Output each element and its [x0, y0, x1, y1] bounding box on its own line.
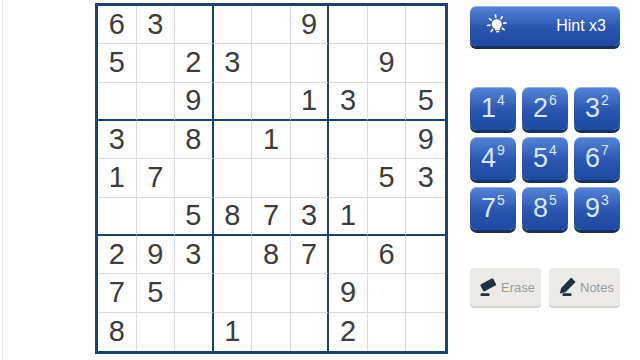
numpad-digit: 7 — [481, 195, 496, 222]
hint-button[interactable]: Hint x3 — [470, 6, 620, 46]
cell-r7c4[interactable] — [214, 236, 253, 274]
cell-r2c8[interactable]: 9 — [368, 44, 407, 82]
cell-r2c4[interactable]: 3 — [214, 44, 253, 82]
cell-r5c4[interactable] — [214, 159, 253, 197]
remaining-count: 5 — [549, 193, 557, 207]
numpad-button-1[interactable]: 14 — [470, 87, 516, 130]
numpad-digit: 6 — [585, 145, 600, 172]
numpad-digit: 8 — [533, 195, 548, 222]
cell-r2c9[interactable] — [406, 44, 445, 82]
numpad-button-6[interactable]: 67 — [574, 137, 620, 180]
remaining-count: 6 — [549, 93, 557, 107]
cell-r4c9[interactable]: 9 — [406, 121, 445, 159]
cell-r7c7[interactable] — [329, 236, 368, 274]
cell-r6c6[interactable]: 3 — [291, 198, 330, 236]
cell-r1c2[interactable]: 3 — [137, 6, 176, 44]
cell-r5c9[interactable]: 3 — [406, 159, 445, 197]
remaining-count: 5 — [497, 193, 505, 207]
cell-r3c2[interactable] — [137, 83, 176, 121]
cell-r6c4[interactable]: 8 — [214, 198, 253, 236]
cell-r1c3[interactable] — [175, 6, 214, 44]
cell-r4c8[interactable] — [368, 121, 407, 159]
cell-r3c8[interactable] — [368, 83, 407, 121]
numpad-button-4[interactable]: 49 — [470, 137, 516, 180]
cell-r1c8[interactable] — [368, 6, 407, 44]
cell-r5c1[interactable]: 1 — [98, 159, 137, 197]
cell-r8c3[interactable] — [175, 274, 214, 312]
cell-r1c6[interactable]: 9 — [291, 6, 330, 44]
cell-r9c1[interactable]: 8 — [98, 313, 137, 351]
cell-r1c4[interactable] — [214, 6, 253, 44]
numpad-button-3[interactable]: 32 — [574, 87, 620, 130]
right-panel: Hint x3 14 26 32 49 54 67 75 85 93 Erase — [470, 6, 620, 306]
numpad-digit: 1 — [481, 95, 496, 122]
cell-r9c9[interactable] — [406, 313, 445, 351]
cell-r3c7[interactable]: 3 — [329, 83, 368, 121]
pencil-icon — [556, 275, 580, 299]
cell-r7c2[interactable]: 9 — [137, 236, 176, 274]
cell-r9c8[interactable] — [368, 313, 407, 351]
numpad-digit: 5 — [533, 145, 548, 172]
tool-bar: Erase Notes — [470, 268, 620, 306]
cell-r6c1[interactable] — [98, 198, 137, 236]
cell-r4c4[interactable] — [214, 121, 253, 159]
cell-r2c7[interactable] — [329, 44, 368, 82]
cell-r7c9[interactable] — [406, 236, 445, 274]
cell-r2c2[interactable] — [137, 44, 176, 82]
cell-r8c7[interactable]: 9 — [329, 274, 368, 312]
cell-r8c1[interactable]: 7 — [98, 274, 137, 312]
cell-r5c5[interactable] — [252, 159, 291, 197]
cell-r7c3[interactable]: 3 — [175, 236, 214, 274]
lightbulb-icon — [482, 11, 511, 40]
remaining-count: 7 — [601, 143, 609, 157]
cell-r8c2[interactable]: 5 — [137, 274, 176, 312]
cell-r6c5[interactable]: 7 — [252, 198, 291, 236]
cell-r5c2[interactable]: 7 — [137, 159, 176, 197]
cell-r9c7[interactable]: 2 — [329, 313, 368, 351]
cell-r7c5[interactable]: 8 — [252, 236, 291, 274]
remaining-count: 9 — [497, 143, 505, 157]
cell-r9c2[interactable] — [137, 313, 176, 351]
cell-r1c7[interactable] — [329, 6, 368, 44]
cell-r7c8[interactable]: 6 — [368, 236, 407, 274]
cell-r8c6[interactable] — [291, 274, 330, 312]
numpad-button-2[interactable]: 26 — [522, 87, 568, 130]
eraser-icon — [477, 275, 501, 299]
cell-r6c3[interactable]: 5 — [175, 198, 214, 236]
numpad-digit: 2 — [533, 95, 548, 122]
numpad-digit: 4 — [481, 145, 496, 172]
cell-r1c9[interactable] — [406, 6, 445, 44]
cell-r8c4[interactable] — [214, 274, 253, 312]
notes-label: Notes — [580, 280, 614, 295]
notes-button[interactable]: Notes — [549, 268, 620, 306]
cell-r3c9[interactable]: 5 — [406, 83, 445, 121]
cell-r4c1[interactable]: 3 — [98, 121, 137, 159]
sudoku-app: 639523991353819175358731293876759812 — [0, 0, 640, 360]
cell-r9c5[interactable] — [252, 313, 291, 351]
cell-r6c2[interactable] — [137, 198, 176, 236]
cell-r1c1[interactable]: 6 — [98, 6, 137, 44]
numpad-digit: 3 — [585, 95, 600, 122]
hint-label: Hint x3 — [556, 17, 606, 35]
cell-r1c5[interactable] — [252, 6, 291, 44]
cell-r5c6[interactable] — [291, 159, 330, 197]
remaining-count: 2 — [601, 93, 609, 107]
sudoku-board: 639523991353819175358731293876759812 — [95, 3, 448, 354]
remaining-count: 4 — [549, 143, 557, 157]
number-pad: 14 26 32 49 54 67 75 85 93 — [470, 87, 620, 230]
cell-r4c3[interactable]: 8 — [175, 121, 214, 159]
window-edge — [2, 0, 3, 360]
cell-r3c3[interactable]: 9 — [175, 83, 214, 121]
cell-r8c8[interactable] — [368, 274, 407, 312]
cell-r7c1[interactable]: 2 — [98, 236, 137, 274]
cell-r5c3[interactable] — [175, 159, 214, 197]
cell-r4c2[interactable] — [137, 121, 176, 159]
remaining-count: 3 — [601, 193, 609, 207]
numpad-button-7[interactable]: 75 — [470, 187, 516, 230]
cell-r9c3[interactable] — [175, 313, 214, 351]
cell-r2c3[interactable]: 2 — [175, 44, 214, 82]
cell-r3c1[interactable] — [98, 83, 137, 121]
cell-r7c6[interactable]: 7 — [291, 236, 330, 274]
cell-r8c5[interactable] — [252, 274, 291, 312]
cell-r9c4[interactable]: 1 — [214, 313, 253, 351]
cell-r3c5[interactable] — [252, 83, 291, 121]
cell-r2c1[interactable]: 5 — [98, 44, 137, 82]
cell-r5c8[interactable]: 5 — [368, 159, 407, 197]
cell-r6c8[interactable] — [368, 198, 407, 236]
erase-button[interactable]: Erase — [470, 268, 541, 306]
cell-r9c6[interactable] — [291, 313, 330, 351]
cell-r2c6[interactable] — [291, 44, 330, 82]
cell-r5c7[interactable] — [329, 159, 368, 197]
numpad-button-5[interactable]: 54 — [522, 137, 568, 180]
cell-r3c6[interactable]: 1 — [291, 83, 330, 121]
cell-r6c7[interactable]: 1 — [329, 198, 368, 236]
numpad-button-9[interactable]: 93 — [574, 187, 620, 230]
erase-label: Erase — [501, 280, 535, 295]
cell-r4c6[interactable] — [291, 121, 330, 159]
remaining-count: 4 — [497, 93, 505, 107]
cell-r3c4[interactable] — [214, 83, 253, 121]
cell-r8c9[interactable] — [406, 274, 445, 312]
numpad-digit: 9 — [585, 195, 600, 222]
cell-r4c5[interactable]: 1 — [252, 121, 291, 159]
numpad-button-8[interactable]: 85 — [522, 187, 568, 230]
cell-r6c9[interactable] — [406, 198, 445, 236]
cell-r2c5[interactable] — [252, 44, 291, 82]
cell-r4c7[interactable] — [329, 121, 368, 159]
